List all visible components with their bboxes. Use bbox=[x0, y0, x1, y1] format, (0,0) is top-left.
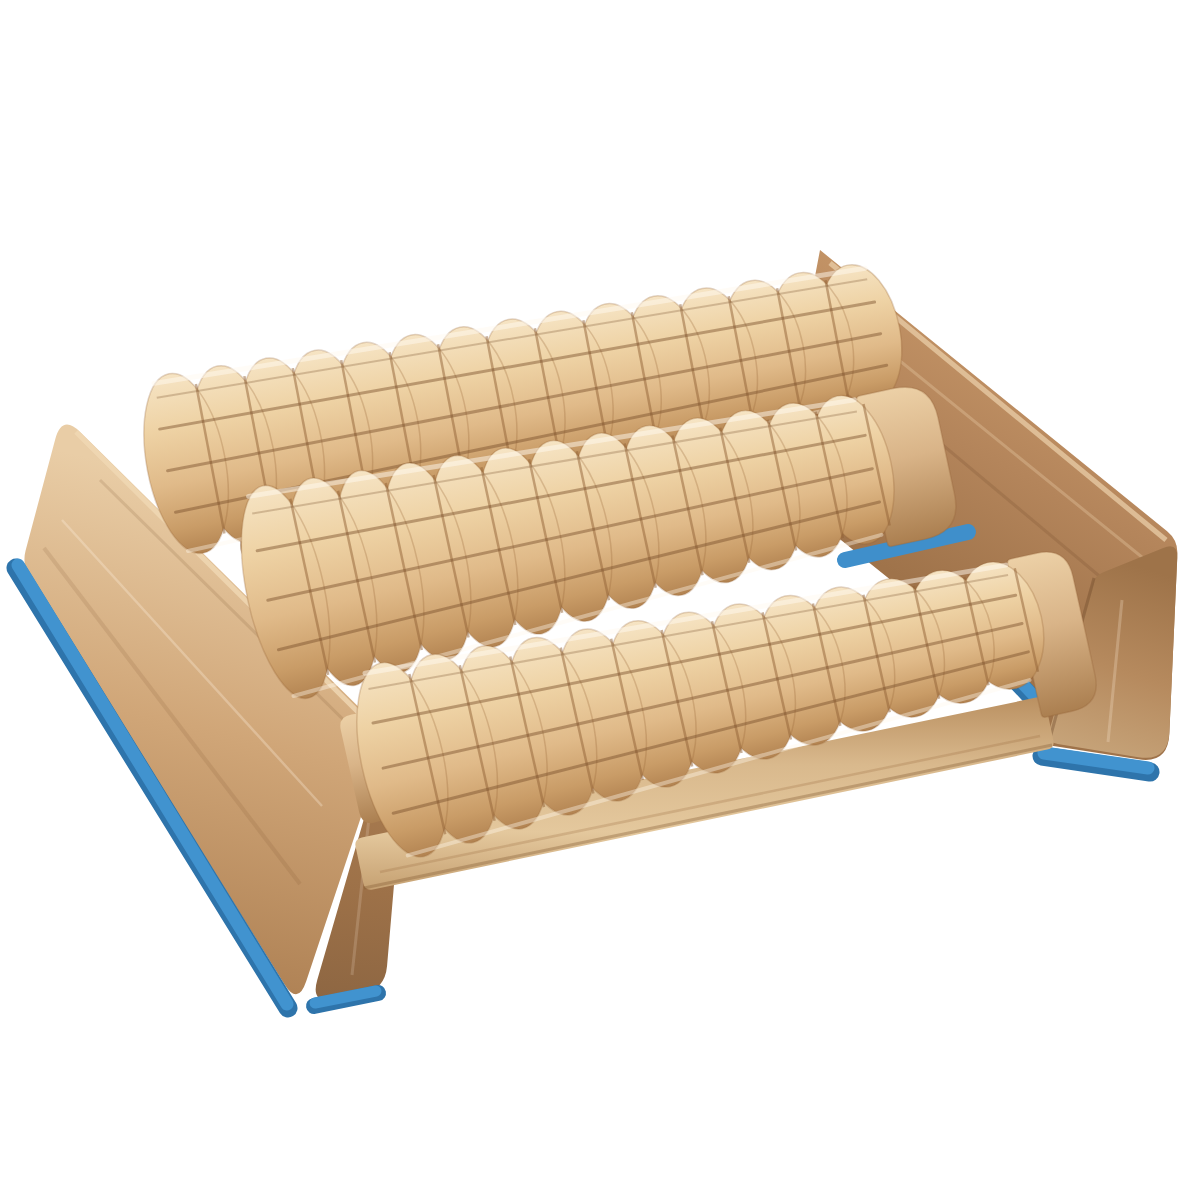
product-photo-svg bbox=[0, 0, 1200, 1200]
product-image bbox=[0, 0, 1200, 1200]
